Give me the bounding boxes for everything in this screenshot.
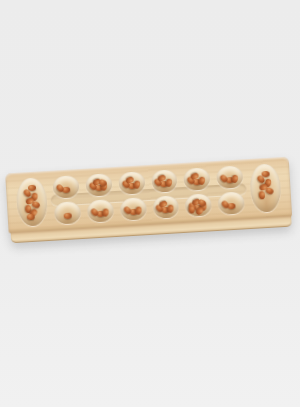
seed (231, 174, 239, 183)
seed (134, 206, 142, 215)
product-photo-background (0, 0, 300, 407)
seed (133, 180, 141, 189)
pit-bottom-4[interactable] (152, 195, 179, 218)
seed (31, 200, 41, 209)
pit-bottom-3[interactable] (119, 197, 146, 220)
seed (26, 214, 35, 221)
mancala-board (5, 157, 293, 246)
center-groove (50, 183, 246, 207)
seed (198, 176, 206, 185)
pit-bottom-1[interactable] (54, 201, 81, 224)
store-left (15, 177, 48, 227)
pit-bottom-2[interactable] (87, 199, 114, 222)
store-right (249, 163, 282, 213)
seed (63, 213, 71, 219)
seed (166, 178, 174, 187)
pit-bottom-5[interactable] (185, 193, 212, 216)
seed (167, 204, 175, 213)
pit-bottom-6[interactable] (218, 191, 245, 214)
seed (265, 186, 275, 195)
seed (102, 208, 110, 217)
seed (258, 191, 265, 200)
